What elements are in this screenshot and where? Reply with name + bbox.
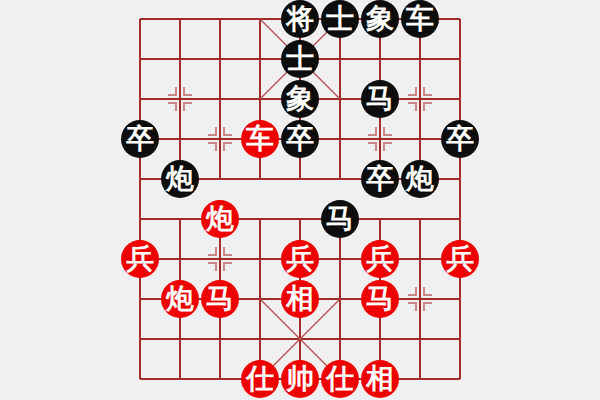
piece-black-horse[interactable]: 马 [321,200,359,238]
piece-black-chariot[interactable]: 车 [401,0,439,38]
piece-glyph: 相 [286,280,314,318]
point-marker [224,127,232,135]
piece-red-soldier[interactable]: 兵 [361,240,399,278]
piece-red-soldier[interactable]: 兵 [281,240,319,278]
point-marker [424,303,432,311]
piece-glyph: 马 [206,280,234,318]
point-marker [408,103,416,111]
piece-red-soldier[interactable]: 兵 [121,240,159,278]
piece-red-cannon[interactable]: 炮 [161,280,199,318]
point-marker [424,103,432,111]
piece-glyph: 炮 [206,200,234,238]
piece-glyph: 马 [366,80,394,118]
piece-glyph: 帅 [286,360,314,398]
piece-red-horse[interactable]: 马 [361,280,399,318]
piece-glyph: 车 [406,0,434,38]
point-marker [424,287,432,295]
point-marker [168,87,176,95]
point-marker [208,127,216,135]
point-marker [424,87,432,95]
piece-glyph: 马 [366,280,394,318]
piece-glyph: 炮 [406,160,434,198]
piece-black-elephant[interactable]: 象 [361,0,399,38]
point-marker [224,143,232,151]
piece-glyph: 卒 [366,160,394,198]
point-marker [408,87,416,95]
piece-glyph: 士 [326,0,354,38]
piece-glyph: 仕 [326,360,354,398]
point-marker [408,287,416,295]
point-marker [208,263,216,271]
piece-red-advisor[interactable]: 仕 [241,360,279,398]
piece-glyph: 马 [326,200,354,238]
piece-red-soldier[interactable]: 兵 [441,240,479,278]
point-marker [384,127,392,135]
piece-glyph: 象 [286,80,314,118]
piece-red-chariot[interactable]: 车 [241,120,279,158]
point-marker [224,263,232,271]
point-marker [368,127,376,135]
piece-glyph: 兵 [446,240,474,278]
point-marker [384,143,392,151]
piece-red-horse[interactable]: 马 [201,280,239,318]
piece-black-advisor[interactable]: 士 [281,40,319,78]
point-marker [168,103,176,111]
piece-glyph: 卒 [446,120,474,158]
point-marker [368,143,376,151]
piece-glyph: 将 [286,0,314,38]
piece-glyph: 炮 [166,280,194,318]
piece-black-elephant[interactable]: 象 [281,80,319,118]
point-marker [224,247,232,255]
piece-red-advisor[interactable]: 仕 [321,360,359,398]
piece-red-general[interactable]: 帅 [281,360,319,398]
piece-black-soldier[interactable]: 卒 [281,120,319,158]
point-marker [184,103,192,111]
piece-glyph: 象 [366,0,394,38]
point-marker [408,303,416,311]
piece-black-advisor[interactable]: 士 [321,0,359,38]
piece-glyph: 兵 [286,240,314,278]
xiangqi-board[interactable]: 将士象车士象马卒车卒卒炮卒炮炮马兵兵兵兵炮马相马仕帅仕相 [0,0,600,400]
piece-red-elephant[interactable]: 相 [361,360,399,398]
piece-glyph: 卒 [126,120,154,158]
piece-black-soldier[interactable]: 卒 [441,120,479,158]
point-marker [208,143,216,151]
piece-black-soldier[interactable]: 卒 [121,120,159,158]
piece-black-horse[interactable]: 马 [361,80,399,118]
piece-glyph: 车 [246,120,274,158]
point-marker [184,87,192,95]
piece-black-soldier[interactable]: 卒 [361,160,399,198]
piece-red-elephant[interactable]: 相 [281,280,319,318]
piece-glyph: 兵 [366,240,394,278]
point-marker [208,247,216,255]
piece-black-cannon[interactable]: 炮 [161,160,199,198]
piece-glyph: 兵 [126,240,154,278]
piece-glyph: 仕 [246,360,274,398]
piece-red-cannon[interactable]: 炮 [201,200,239,238]
piece-glyph: 炮 [166,160,194,198]
piece-glyph: 相 [366,360,394,398]
piece-glyph: 士 [286,40,314,78]
piece-black-cannon[interactable]: 炮 [401,160,439,198]
piece-glyph: 卒 [286,120,314,158]
piece-black-general[interactable]: 将 [281,0,319,38]
